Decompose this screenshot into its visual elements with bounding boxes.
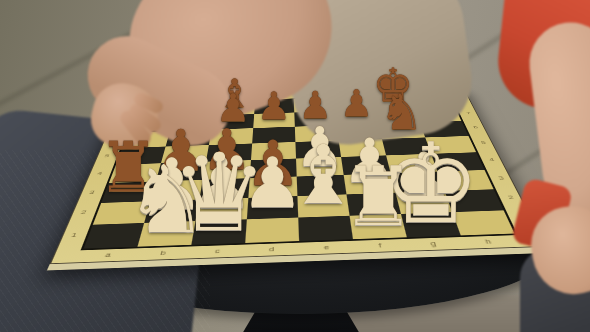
- chess-game-scene: 12345678 12345678 abcdefgh ♝♚♟♟♟♟♞♟♟♜♟♟♟…: [0, 0, 590, 332]
- rank-label: 1: [70, 232, 78, 239]
- chess-piece-black-pawn-d7[interactable]: ♟: [257, 88, 291, 126]
- rank-label: 3: [88, 190, 95, 195]
- chess-piece-black-pawn-f7[interactable]: ♟: [340, 86, 373, 123]
- rank-label: 2: [507, 195, 515, 201]
- rank-label: 4: [489, 157, 496, 162]
- rank-label: 5: [480, 141, 487, 145]
- chess-piece-white-knight-b1[interactable]: ♞: [125, 153, 209, 246]
- rank-label: 3: [497, 175, 504, 180]
- rank-label: 7: [466, 111, 472, 115]
- file-label: e: [324, 244, 330, 251]
- file-label: a: [104, 252, 112, 259]
- rank-label: 2: [80, 210, 87, 216]
- file-label: h: [484, 239, 492, 246]
- file-label: d: [269, 246, 275, 253]
- chess-piece-white-rook-f1[interactable]: ♜: [341, 156, 415, 238]
